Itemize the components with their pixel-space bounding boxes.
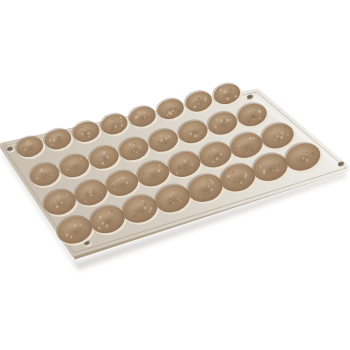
product-photo-silicone-mold [0, 0, 350, 350]
mold-illustration [0, 0, 350, 350]
